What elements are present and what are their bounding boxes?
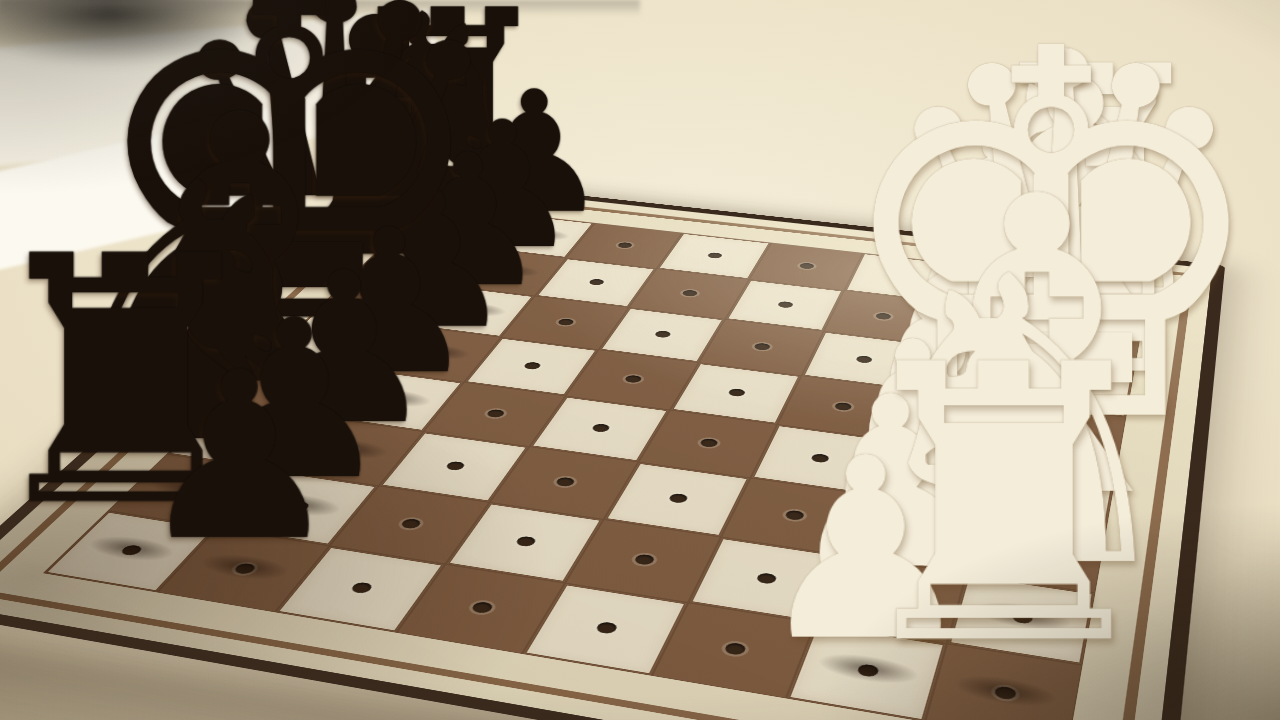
chess-board: ♜♞♝♛♚♝♞♜♟♟♟♟♟♟♟♟♟♟♟♟♟♟♟♟♜♞♝♛♚♝♞♜ <box>0 175 1225 720</box>
pieces-layer: ♜♞♝♛♚♝♞♜♟♟♟♟♟♟♟♟♟♟♟♟♟♟♟♟♜♞♝♛♚♝♞♜ <box>0 173 1225 720</box>
photo-scene: ♜♞♝♛♚♝♞♜♟♟♟♟♟♟♟♟♟♟♟♟♟♟♟♟♜♞♝♛♚♝♞♜ <box>0 0 1280 720</box>
rook-icon: ♜ <box>622 316 1280 698</box>
